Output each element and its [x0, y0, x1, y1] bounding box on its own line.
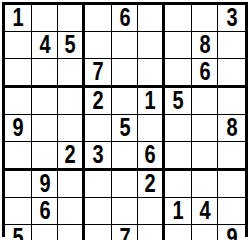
sudoku-board: 1634587621595823692614579	[2, 2, 248, 237]
cell-r7c2[interactable]: 9	[32, 171, 59, 198]
cell-r1c2[interactable]	[32, 5, 59, 32]
given-digit: 2	[145, 171, 156, 197]
given-digit: 5	[172, 88, 183, 114]
cell-r5c9[interactable]: 8	[218, 115, 245, 142]
cell-r6c1[interactable]	[5, 142, 32, 171]
cell-r8c3[interactable]	[58, 198, 85, 225]
given-digit: 6	[119, 5, 130, 31]
given-digit: 6	[145, 142, 156, 168]
cell-r3c9[interactable]	[218, 59, 245, 88]
given-digit: 1	[172, 198, 183, 224]
cell-r4c4[interactable]: 2	[85, 88, 112, 115]
cell-r7c8[interactable]	[192, 171, 219, 198]
cell-r7c5[interactable]	[112, 171, 139, 198]
cell-r1c1[interactable]: 1	[5, 5, 32, 32]
cell-r1c6[interactable]	[138, 5, 165, 32]
cell-r5c3[interactable]	[58, 115, 85, 142]
cell-r4c5[interactable]	[112, 88, 139, 115]
cell-r3c6[interactable]	[138, 59, 165, 88]
cell-r5c1[interactable]: 9	[5, 115, 32, 142]
cell-r9c2[interactable]	[32, 225, 59, 240]
cell-r2c1[interactable]	[5, 32, 32, 59]
cell-r1c4[interactable]	[85, 5, 112, 32]
cell-r4c8[interactable]	[192, 88, 219, 115]
cell-r8c1[interactable]	[5, 198, 32, 225]
cell-r3c8[interactable]: 6	[192, 59, 219, 88]
cell-r2c2[interactable]: 4	[32, 32, 59, 59]
given-digit: 9	[39, 171, 50, 197]
cell-r2c8[interactable]: 8	[192, 32, 219, 59]
cell-r8c6[interactable]	[138, 198, 165, 225]
cell-r1c8[interactable]	[192, 5, 219, 32]
cell-r5c4[interactable]	[85, 115, 112, 142]
given-digit: 6	[199, 59, 210, 85]
cell-r2c4[interactable]	[85, 32, 112, 59]
cell-r1c5[interactable]: 6	[112, 5, 139, 32]
cell-r3c1[interactable]	[5, 59, 32, 88]
given-digit: 5	[65, 32, 76, 58]
given-digit: 7	[92, 59, 103, 85]
given-digit: 8	[199, 32, 210, 58]
cell-r7c9[interactable]	[218, 171, 245, 198]
given-digit: 1	[145, 88, 156, 114]
given-digit: 1	[12, 5, 23, 31]
cell-r3c3[interactable]	[58, 59, 85, 88]
given-digit: 3	[92, 142, 103, 168]
cell-r3c2[interactable]	[32, 59, 59, 88]
given-digit: 9	[12, 115, 23, 141]
cell-r6c3[interactable]: 2	[58, 142, 85, 171]
given-digit: 6	[39, 198, 50, 224]
cell-r1c9[interactable]: 3	[218, 5, 245, 32]
cell-r8c9[interactable]	[218, 198, 245, 225]
cell-r2c6[interactable]	[138, 32, 165, 59]
cell-r7c6[interactable]: 2	[138, 171, 165, 198]
cell-r9c1[interactable]: 5	[5, 225, 32, 240]
cell-r4c9[interactable]	[218, 88, 245, 115]
cell-r9c4[interactable]	[85, 225, 112, 240]
given-digit: 9	[226, 225, 237, 240]
cell-r4c6[interactable]: 1	[138, 88, 165, 115]
cell-r2c3[interactable]: 5	[58, 32, 85, 59]
given-digit: 4	[39, 32, 50, 58]
cell-r5c7[interactable]	[165, 115, 192, 142]
given-digit: 5	[119, 115, 130, 141]
cell-r9c6[interactable]	[138, 225, 165, 240]
given-digit: 4	[199, 198, 210, 224]
cell-r8c8[interactable]: 4	[192, 198, 219, 225]
cell-r6c6[interactable]: 6	[138, 142, 165, 171]
cell-r6c2[interactable]	[32, 142, 59, 171]
cell-r3c4[interactable]: 7	[85, 59, 112, 88]
cell-r5c8[interactable]	[192, 115, 219, 142]
cell-r9c8[interactable]	[192, 225, 219, 240]
cell-r5c5[interactable]: 5	[112, 115, 139, 142]
cell-r2c7[interactable]	[165, 32, 192, 59]
cell-r6c8[interactable]	[192, 142, 219, 171]
cell-r7c1[interactable]	[5, 171, 32, 198]
given-digit: 2	[65, 142, 76, 168]
cell-r2c5[interactable]	[112, 32, 139, 59]
cell-r8c5[interactable]	[112, 198, 139, 225]
cell-r9c5[interactable]: 7	[112, 225, 139, 240]
cell-r6c5[interactable]	[112, 142, 139, 171]
cell-r2c9[interactable]	[218, 32, 245, 59]
cell-r6c4[interactable]: 3	[85, 142, 112, 171]
cell-r8c2[interactable]: 6	[32, 198, 59, 225]
given-digit: 2	[92, 88, 103, 114]
given-digit: 3	[226, 5, 237, 31]
cell-r7c7[interactable]	[165, 171, 192, 198]
cell-r5c2[interactable]	[32, 115, 59, 142]
cell-r1c7[interactable]	[165, 5, 192, 32]
cell-r7c4[interactable]	[85, 171, 112, 198]
cell-r9c7[interactable]	[165, 225, 192, 240]
cell-r8c4[interactable]	[85, 198, 112, 225]
cell-r7c3[interactable]	[58, 171, 85, 198]
cell-r4c2[interactable]	[32, 88, 59, 115]
given-digit: 8	[226, 115, 237, 141]
given-digit: 7	[119, 225, 130, 240]
cell-r4c1[interactable]	[5, 88, 32, 115]
cell-r5c6[interactable]	[138, 115, 165, 142]
cell-r4c3[interactable]	[58, 88, 85, 115]
cell-r6c9[interactable]	[218, 142, 245, 171]
cell-r9c9[interactable]: 9	[218, 225, 245, 240]
cell-r3c5[interactable]	[112, 59, 139, 88]
cell-r8c7[interactable]: 1	[165, 198, 192, 225]
cell-r9c3[interactable]	[58, 225, 85, 240]
cell-r3c7[interactable]	[165, 59, 192, 88]
cell-r6c7[interactable]	[165, 142, 192, 171]
given-digit: 5	[12, 225, 23, 240]
cell-r1c3[interactable]	[58, 5, 85, 32]
cell-r4c7[interactable]: 5	[165, 88, 192, 115]
